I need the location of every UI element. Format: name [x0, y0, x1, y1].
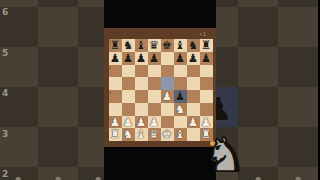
piece-bb-c8: ♝ — [136, 39, 146, 52]
square-b8: ♞ — [122, 39, 135, 52]
bg-piece-wp-b2: ♟ — [44, 169, 73, 180]
square-g3 — [187, 103, 200, 116]
square-b3 — [122, 103, 135, 116]
rank-label-2: 2 — [109, 117, 111, 121]
square-d7: ♟ — [148, 52, 161, 65]
square-d5 — [148, 77, 161, 90]
piece-bp-f4: ♟ — [175, 90, 185, 103]
piece-wp-g2: ♟ — [188, 116, 198, 129]
bg-square-b2: ♟ — [38, 167, 78, 180]
bg-square-h4 — [278, 87, 318, 127]
square-f8: ♝ — [174, 39, 187, 52]
square-b4 — [122, 90, 135, 103]
bg-square-a7: ♟ — [0, 0, 38, 7]
square-h7: ♟ — [200, 52, 213, 65]
bg-rank-label-3: 3 — [2, 129, 8, 139]
square-h4 — [200, 90, 213, 103]
piece-bp-h7: ♟ — [201, 52, 211, 65]
square-h8: ♜ — [200, 39, 213, 52]
square-e3 — [161, 103, 174, 116]
bg-square-g5 — [238, 47, 278, 87]
square-d8: ♛ — [148, 39, 161, 52]
piece-bn-b8: ♞ — [123, 39, 133, 52]
bg-piece-bp-h7: ♟ — [284, 0, 313, 7]
piece-wp-e4: ♟ — [162, 90, 172, 103]
bg-square-g7: ♟ — [238, 0, 278, 7]
bg-square-g4 — [238, 87, 278, 127]
square-e1: ♚ — [161, 128, 174, 141]
square-h3 — [200, 103, 213, 116]
bg-rank-label-2: 2 — [2, 169, 8, 179]
square-d3 — [148, 103, 161, 116]
square-e4: ♟ — [161, 90, 174, 103]
piece-bp-f7: ♟ — [175, 52, 185, 65]
square-g7: ♟ — [187, 52, 200, 65]
rank-label-8: 8 — [109, 40, 111, 44]
bg-square-b5 — [38, 47, 78, 87]
piece-wq-d1: ♛ — [149, 128, 159, 141]
square-g8: ♞ — [187, 39, 200, 52]
square-d1: ♛ — [148, 128, 161, 141]
rank-label-5: 5 — [109, 78, 111, 82]
square-d4 — [148, 90, 161, 103]
bg-piece-bp-b7: ♟ — [44, 0, 73, 7]
knight-logo-icon: ♞ — [204, 131, 246, 178]
square-b1: ♞ — [122, 128, 135, 141]
piece-bq-d8: ♛ — [149, 39, 159, 52]
square-b6 — [122, 65, 135, 78]
bg-square-b6 — [38, 7, 78, 47]
bg-piece-bp-g7: ♟ — [244, 0, 273, 7]
piece-bp-d7: ♟ — [149, 52, 159, 65]
square-f4: ♟ — [174, 90, 187, 103]
square-c6 — [135, 65, 148, 78]
square-c4 — [135, 90, 148, 103]
piece-bp-c7: ♟ — [136, 52, 146, 65]
piece-bp-g7: ♟ — [188, 52, 198, 65]
square-f6 — [174, 65, 187, 78]
rank-label-3: 3 — [109, 104, 111, 108]
square-g5 — [187, 77, 200, 90]
bg-piece-wp-g2: ♟ — [244, 169, 273, 180]
bg-square-h3 — [278, 127, 318, 167]
square-f7: ♟ — [174, 52, 187, 65]
piece-bp-b7: ♟ — [123, 52, 133, 65]
piece-wb-c1: ♝ — [136, 128, 146, 141]
square-c5 — [135, 77, 148, 90]
bg-square-h7: ♟ — [278, 0, 318, 7]
piece-bb-f8: ♝ — [175, 39, 185, 52]
piece-bk-e8: ♚ — [162, 39, 172, 52]
bg-square-b7: ♟ — [38, 0, 78, 7]
bg-rank-label-4: 4 — [2, 88, 8, 98]
square-d6 — [148, 65, 161, 78]
square-e6 — [161, 65, 174, 78]
rank-label-1: 1 — [109, 129, 111, 133]
piece-wk-e1: ♚ — [162, 128, 172, 141]
square-g2: ♟ — [187, 116, 200, 129]
rank-label-7: 7 — [109, 53, 111, 57]
square-f3: ♞ — [174, 103, 187, 116]
square-b7: ♟ — [122, 52, 135, 65]
chess-board: ♜♞♝♛♚♝♞♜♟♟♟♟♟♟♟♟♟♞♟♟♟♟♟♟♜♞♝♛♚♝♜87654321 — [109, 39, 213, 141]
piece-wn-b1: ♞ — [123, 128, 133, 141]
piece-bn-g8: ♞ — [188, 39, 198, 52]
square-c1: ♝ — [135, 128, 148, 141]
rank-label-6: 6 — [109, 66, 111, 70]
bg-square-h6 — [278, 7, 318, 47]
bg-piece-bp-a7: ♟ — [4, 0, 33, 7]
video-area[interactable]: +1 ♜♞♝♛♚♝♞♜♟♟♟♟♟♟♟♟♟♞♟♟♟♟♟♟♜♞♝♛♚♝♜876543… — [104, 0, 216, 180]
video-frame: ♟♟♟♟♟♟♟♟♟♟♟♟♟♟♟ 65432 +1 ♜♞♝♛♚♝♞♜♟♟♟♟♟♟♟… — [0, 0, 320, 180]
square-c7: ♟ — [135, 52, 148, 65]
piece-br-h8: ♜ — [201, 39, 211, 52]
rank-label-4: 4 — [109, 91, 111, 95]
bg-square-g6 — [238, 7, 278, 47]
square-e8: ♚ — [161, 39, 174, 52]
square-f1: ♝ — [174, 128, 187, 141]
bg-rank-label-6: 6 — [2, 7, 8, 17]
square-g1 — [187, 128, 200, 141]
piece-wb-f1: ♝ — [175, 128, 185, 141]
board-frame: +1 ♜♞♝♛♚♝♞♜♟♟♟♟♟♟♟♟♟♞♟♟♟♟♟♟♜♞♝♛♚♝♜876543… — [104, 28, 216, 147]
square-e7 — [161, 52, 174, 65]
bg-rank-label-5: 5 — [2, 48, 8, 58]
square-b5 — [122, 77, 135, 90]
square-g4 — [187, 90, 200, 103]
material-badge: +1 — [199, 31, 207, 37]
bg-square-b3 — [38, 127, 78, 167]
square-g6 — [187, 65, 200, 78]
square-h5 — [200, 77, 213, 90]
bg-square-h5 — [278, 47, 318, 87]
square-c8: ♝ — [135, 39, 148, 52]
piece-wn-f3: ♞ — [175, 103, 185, 116]
square-c3 — [135, 103, 148, 116]
square-h6 — [200, 65, 213, 78]
bg-piece-wp-h2: ♟ — [284, 169, 313, 180]
bg-square-h2: ♟ — [278, 167, 318, 180]
bg-square-b4 — [38, 87, 78, 127]
